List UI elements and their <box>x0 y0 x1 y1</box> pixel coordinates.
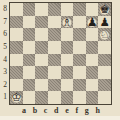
square-c8 <box>35 3 48 16</box>
square-c2 <box>35 79 48 92</box>
chess-board: ♚♗♟♟♘♔ <box>9 2 112 105</box>
rank-label-1: 1 <box>0 91 9 104</box>
square-e5 <box>61 41 74 54</box>
square-e4 <box>61 54 74 67</box>
square-c5 <box>35 41 48 54</box>
square-a3 <box>10 66 23 79</box>
square-c3 <box>35 66 48 79</box>
square-h3 <box>98 66 111 79</box>
square-a6 <box>10 28 23 41</box>
square-g6 <box>86 28 99 41</box>
square-d7 <box>48 16 61 29</box>
square-f1 <box>73 91 86 104</box>
square-a5 <box>10 41 23 54</box>
rank-label-5: 5 <box>0 41 9 54</box>
square-b5 <box>23 41 36 54</box>
square-b4 <box>23 54 36 67</box>
square-a7 <box>10 16 23 29</box>
square-f3 <box>73 66 86 79</box>
square-e7: ♗ <box>61 16 74 29</box>
file-label-h: h <box>96 106 100 116</box>
square-g4 <box>86 54 99 67</box>
square-b3 <box>23 66 36 79</box>
file-labels: abcdefgh <box>22 105 100 116</box>
square-b1 <box>23 91 36 104</box>
file-label-e: e <box>65 106 69 116</box>
square-h2 <box>98 79 111 92</box>
square-g2 <box>86 79 99 92</box>
square-e1 <box>61 91 74 104</box>
square-e6 <box>61 28 74 41</box>
square-f8 <box>73 3 86 16</box>
square-g7: ♟ <box>86 16 99 29</box>
rank-label-3: 3 <box>0 66 9 79</box>
rank-label-2: 2 <box>0 79 9 92</box>
square-h4 <box>98 54 111 67</box>
chess-diagram-page: 87654321 ♚♗♟♟♘♔ abcdefgh <box>0 0 120 120</box>
piece-white-king-a1: ♔ <box>11 91 21 104</box>
piece-black-king-h8: ♚ <box>100 3 110 16</box>
square-e3 <box>61 66 74 79</box>
square-b2 <box>23 79 36 92</box>
square-c4 <box>35 54 48 67</box>
square-d8 <box>48 3 61 16</box>
square-c7 <box>35 16 48 29</box>
rank-label-4: 4 <box>0 54 9 67</box>
square-f4 <box>73 54 86 67</box>
file-label-c: c <box>44 106 48 116</box>
square-e2 <box>61 79 74 92</box>
rank-label-7: 7 <box>0 16 9 29</box>
square-b8 <box>23 3 36 16</box>
square-g1 <box>86 91 99 104</box>
rank-label-6: 6 <box>0 28 9 41</box>
square-b6 <box>23 28 36 41</box>
square-b7 <box>23 16 36 29</box>
square-d6 <box>48 28 61 41</box>
piece-white-bishop-e7: ♗ <box>62 16 72 29</box>
square-d4 <box>48 54 61 67</box>
square-c6 <box>35 28 48 41</box>
square-f6 <box>73 28 86 41</box>
file-label-f: f <box>75 106 78 116</box>
square-g8 <box>86 3 99 16</box>
square-d2 <box>48 79 61 92</box>
file-label-b: b <box>33 106 37 116</box>
square-h8: ♚ <box>98 3 111 16</box>
square-g3 <box>86 66 99 79</box>
piece-white-knight-h6: ♘ <box>100 28 110 41</box>
square-f5 <box>73 41 86 54</box>
piece-black-pawn-g7: ♟ <box>87 16 97 29</box>
file-label-d: d <box>54 106 58 116</box>
square-d1 <box>48 91 61 104</box>
square-f7 <box>73 16 86 29</box>
square-c1 <box>35 91 48 104</box>
chess-diagram: 87654321 ♚♗♟♟♘♔ abcdefgh <box>0 2 120 116</box>
square-h6: ♘ <box>98 28 111 41</box>
square-d5 <box>48 41 61 54</box>
square-d3 <box>48 66 61 79</box>
square-a4 <box>10 54 23 67</box>
square-a8 <box>10 3 23 16</box>
square-f2 <box>73 79 86 92</box>
square-g5 <box>86 41 99 54</box>
square-e8 <box>61 3 74 16</box>
file-label-a: a <box>22 106 26 116</box>
paper-bottom-strip <box>0 116 120 120</box>
file-label-g: g <box>85 106 89 116</box>
square-h5 <box>98 41 111 54</box>
square-h1 <box>98 91 111 104</box>
rank-labels: 87654321 <box>0 2 9 105</box>
rank-label-8: 8 <box>0 3 9 16</box>
square-a1: ♔ <box>10 91 23 104</box>
